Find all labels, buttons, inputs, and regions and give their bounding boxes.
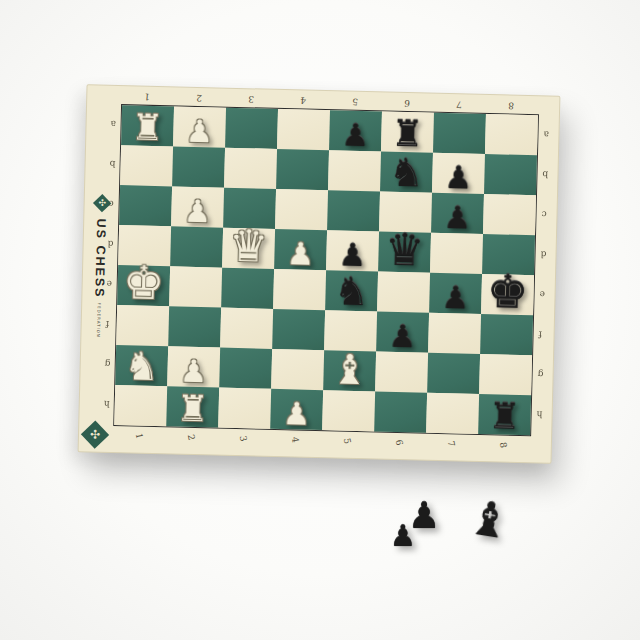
square-c5[interactable] <box>327 190 380 231</box>
captured-black-pawn[interactable]: ♟ <box>390 522 416 551</box>
black-pawn-f6[interactable]: ♟ <box>388 321 417 353</box>
file-label-left-d: d <box>108 239 114 248</box>
white-knight-g1[interactable]: ♞ <box>124 346 160 386</box>
photo-background: ✣ US CHESS FEDERATION ✣ ♜♟♟♜♞♟♟♟♛♟♟♛♚♞♟♚… <box>0 0 640 640</box>
square-b3[interactable] <box>224 148 277 189</box>
rank-label-top-3: 3 <box>248 94 255 103</box>
square-f1[interactable] <box>116 305 169 346</box>
square-a4[interactable] <box>277 109 330 150</box>
board: ✣ US CHESS FEDERATION ✣ ♜♟♟♜♞♟♟♟♛♟♟♛♚♞♟♚… <box>78 84 561 463</box>
square-c4[interactable] <box>275 189 328 230</box>
white-rook-a1[interactable]: ♜ <box>131 109 164 146</box>
square-g6[interactable] <box>375 351 428 392</box>
file-label-left-h: h <box>104 399 110 408</box>
white-pawn-d4[interactable]: ♟ <box>286 238 315 270</box>
square-e1[interactable]: ♚ <box>117 265 170 306</box>
white-pawn-g2[interactable]: ♟ <box>179 356 208 388</box>
square-a3[interactable] <box>225 108 278 149</box>
file-label-right-g: g <box>538 369 544 378</box>
square-g5[interactable]: ♝ <box>323 350 376 391</box>
square-g4[interactable] <box>271 349 324 390</box>
square-e3[interactable] <box>221 268 274 309</box>
white-king-e1[interactable]: ♚ <box>123 259 165 306</box>
file-label-right-e: e <box>539 289 545 298</box>
black-pawn-c7[interactable]: ♟ <box>443 202 472 234</box>
black-knight-e5[interactable]: ♞ <box>334 271 370 311</box>
captured-pieces-tray: ♟♟♝ <box>392 490 542 565</box>
square-g2[interactable]: ♟ <box>167 346 220 387</box>
square-f8[interactable] <box>480 314 533 355</box>
white-queen-d3[interactable]: ♛ <box>228 224 269 269</box>
file-label-left-g: g <box>105 359 111 368</box>
file-label-right-h: h <box>537 409 543 418</box>
square-a7[interactable] <box>433 113 486 154</box>
captured-black-bishop[interactable]: ♝ <box>465 493 514 546</box>
square-e7[interactable]: ♟ <box>429 273 482 314</box>
square-d2[interactable] <box>170 226 223 267</box>
white-pawn-a2[interactable]: ♟ <box>185 116 214 148</box>
file-label-right-d: d <box>540 249 546 258</box>
black-king-e8[interactable]: ♚ <box>486 268 528 315</box>
square-b6[interactable]: ♞ <box>380 151 433 192</box>
rank-label-bottom-1: 1 <box>134 433 144 440</box>
square-c2[interactable]: ♟ <box>171 186 224 227</box>
square-b7[interactable]: ♟ <box>432 153 485 194</box>
square-f4[interactable] <box>272 309 325 350</box>
file-label-left-a: a <box>111 119 117 128</box>
file-label-right-a: a <box>543 129 549 138</box>
square-b2[interactable] <box>172 146 225 187</box>
rank-label-top-2: 2 <box>196 93 203 102</box>
rank-label-bottom-4: 4 <box>290 436 300 443</box>
rank-label-bottom-2: 2 <box>186 434 196 441</box>
square-h2[interactable]: ♜ <box>166 386 219 427</box>
white-rook-h2[interactable]: ♜ <box>176 391 209 428</box>
square-h7[interactable] <box>426 393 479 434</box>
rank-label-bottom-8: 8 <box>498 441 508 448</box>
square-b4[interactable] <box>276 149 329 190</box>
square-h8[interactable]: ♜ <box>478 394 531 435</box>
square-f6[interactable]: ♟ <box>376 311 429 352</box>
black-pawn-a5[interactable]: ♟ <box>341 120 370 152</box>
board-grid: ♜♟♟♜♞♟♟♟♛♟♟♛♚♞♟♚♟♞♟♝♜♟♜ <box>113 104 539 436</box>
square-h5[interactable] <box>322 390 375 431</box>
square-e5[interactable]: ♞ <box>325 270 378 311</box>
rank-label-top-6: 6 <box>404 98 411 107</box>
white-bishop-g5[interactable]: ♝ <box>331 349 369 391</box>
square-h4[interactable]: ♟ <box>270 389 323 430</box>
square-c7[interactable]: ♟ <box>431 193 484 234</box>
square-f7[interactable] <box>428 313 481 354</box>
black-pawn-e7[interactable]: ♟ <box>441 282 470 314</box>
black-knight-b6[interactable]: ♞ <box>389 153 425 193</box>
square-g1[interactable]: ♞ <box>115 345 168 386</box>
square-g8[interactable] <box>479 354 532 395</box>
square-d4[interactable]: ♟ <box>274 229 327 270</box>
brand-subtitle: FEDERATION <box>96 302 102 337</box>
square-a1[interactable]: ♜ <box>121 105 174 146</box>
square-d7[interactable] <box>430 233 483 274</box>
rank-label-top-4: 4 <box>300 95 307 104</box>
file-label-left-f: f <box>106 319 110 328</box>
square-f2[interactable] <box>168 306 221 347</box>
square-e8[interactable]: ♚ <box>481 274 534 315</box>
black-queen-d6[interactable]: ♛ <box>384 228 425 273</box>
rank-label-top-8: 8 <box>508 100 515 109</box>
square-g3[interactable] <box>219 348 272 389</box>
file-label-left-c: c <box>109 199 114 208</box>
file-label-right-b: b <box>542 169 548 178</box>
square-a2[interactable]: ♟ <box>173 106 226 147</box>
square-b5[interactable] <box>328 150 381 191</box>
white-pawn-h4[interactable]: ♟ <box>282 398 311 430</box>
brand-block: ✣ US CHESS FEDERATION <box>86 193 114 338</box>
rank-label-top-1: 1 <box>144 91 151 100</box>
square-b8[interactable] <box>484 154 537 195</box>
file-label-right-c: c <box>541 209 546 218</box>
square-h6[interactable] <box>374 391 427 432</box>
square-e6[interactable] <box>377 271 430 312</box>
square-h3[interactable] <box>218 388 271 429</box>
square-d6[interactable]: ♛ <box>378 231 431 272</box>
rank-label-bottom-5: 5 <box>342 438 352 445</box>
square-a5[interactable]: ♟ <box>329 110 382 151</box>
rank-label-bottom-3: 3 <box>238 435 248 442</box>
square-b1[interactable] <box>120 145 173 186</box>
black-rook-a6[interactable]: ♜ <box>391 116 424 153</box>
square-f3[interactable] <box>220 308 273 349</box>
us-chess-corner-logo-icon: ✣ <box>81 420 109 448</box>
square-a8[interactable] <box>485 114 538 155</box>
square-c1[interactable] <box>119 185 172 226</box>
square-h1[interactable] <box>114 385 167 426</box>
white-pawn-c2[interactable]: ♟ <box>183 196 212 228</box>
rank-label-top-5: 5 <box>352 97 359 106</box>
rank-label-top-7: 7 <box>456 99 463 108</box>
square-g7[interactable] <box>427 353 480 394</box>
black-pawn-b7[interactable]: ♟ <box>444 162 473 194</box>
rank-label-bottom-6: 6 <box>394 439 404 446</box>
file-label-left-e: e <box>107 279 113 288</box>
square-e4[interactable] <box>273 269 326 310</box>
square-a6[interactable]: ♜ <box>381 111 434 152</box>
square-d5[interactable]: ♟ <box>326 230 379 271</box>
file-label-right-f: f <box>538 329 542 338</box>
rank-label-bottom-7: 7 <box>446 440 456 447</box>
black-rook-h8[interactable]: ♜ <box>488 398 521 435</box>
square-d3[interactable]: ♛ <box>222 228 275 269</box>
black-pawn-d5[interactable]: ♟ <box>338 239 367 271</box>
file-label-left-b: b <box>110 159 116 168</box>
square-e2[interactable] <box>169 266 222 307</box>
square-c8[interactable] <box>483 194 536 235</box>
